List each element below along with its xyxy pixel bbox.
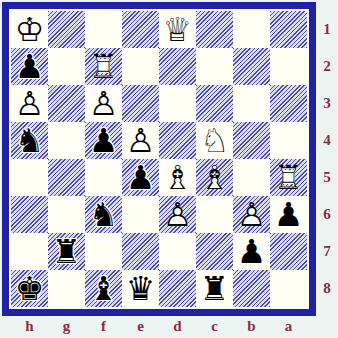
square-h6[interactable]: [11, 196, 48, 233]
rank-label-2: 2: [319, 48, 335, 85]
square-d8[interactable]: [159, 270, 196, 307]
square-b7[interactable]: ♟: [233, 233, 270, 270]
square-d5[interactable]: ♝♗: [159, 159, 196, 196]
square-b4[interactable]: [233, 122, 270, 159]
white-pawn-piece: ♟♙: [161, 197, 194, 233]
square-d6[interactable]: ♟♙: [159, 196, 196, 233]
rank-label-8: 8: [319, 270, 335, 307]
rank-label-6: 6: [319, 196, 335, 233]
square-e7[interactable]: [122, 233, 159, 270]
square-h8[interactable]: ♚: [11, 270, 48, 307]
black-pawn-piece: ♟: [124, 160, 157, 196]
board-frame: ♚♔♛♕♟♜♖♟♙♟♙♞♟♟♙♞♘♟♝♗♝♗♜♖♞♟♙♟♙♟♜♟♚♝♛♜: [2, 2, 316, 316]
square-h4[interactable]: ♞: [11, 122, 48, 159]
square-g5[interactable]: [48, 159, 85, 196]
square-c5[interactable]: ♝♗: [196, 159, 233, 196]
square-c3[interactable]: [196, 85, 233, 122]
white-pawn-piece: ♟♙: [87, 86, 120, 122]
file-label-h: h: [11, 317, 48, 336]
square-e2[interactable]: [122, 48, 159, 85]
rank-label-1: 1: [319, 11, 335, 48]
black-queen-piece: ♛: [124, 271, 157, 307]
square-g1[interactable]: [48, 11, 85, 48]
square-a1[interactable]: [270, 11, 307, 48]
chess-diagram: ♚♔♛♕♟♜♖♟♙♟♙♞♟♟♙♞♘♟♝♗♝♗♜♖♞♟♙♟♙♟♜♟♚♝♛♜ 123…: [0, 0, 338, 338]
square-a3[interactable]: [270, 85, 307, 122]
square-h5[interactable]: [11, 159, 48, 196]
black-pawn-piece: ♟: [87, 123, 120, 159]
white-queen-piece: ♛♕: [161, 12, 194, 48]
black-pawn-piece: ♟: [13, 49, 46, 85]
square-b3[interactable]: [233, 85, 270, 122]
square-h3[interactable]: ♟♙: [11, 85, 48, 122]
file-label-e: e: [122, 317, 159, 336]
rank-label-7: 7: [319, 233, 335, 270]
white-pawn-piece: ♟♙: [13, 86, 46, 122]
square-a7[interactable]: [270, 233, 307, 270]
white-bishop-piece: ♝♗: [198, 160, 231, 196]
white-pawn-piece: ♟♙: [124, 123, 157, 159]
square-b2[interactable]: [233, 48, 270, 85]
square-g7[interactable]: ♜: [48, 233, 85, 270]
black-pawn-piece: ♟: [272, 197, 305, 233]
square-d2[interactable]: [159, 48, 196, 85]
rank-label-4: 4: [319, 122, 335, 159]
square-a2[interactable]: [270, 48, 307, 85]
white-pawn-piece: ♟♙: [235, 197, 268, 233]
rank-labels: 12345678: [319, 11, 335, 307]
square-e5[interactable]: ♟: [122, 159, 159, 196]
white-bishop-piece: ♝♗: [161, 160, 194, 196]
square-e3[interactable]: [122, 85, 159, 122]
file-label-g: g: [48, 317, 85, 336]
black-rook-piece: ♜: [198, 271, 231, 307]
square-h2[interactable]: ♟: [11, 48, 48, 85]
file-label-d: d: [159, 317, 196, 336]
black-rook-piece: ♜: [50, 234, 83, 270]
square-f3[interactable]: ♟♙: [85, 85, 122, 122]
file-label-f: f: [85, 317, 122, 336]
square-g4[interactable]: [48, 122, 85, 159]
square-e1[interactable]: [122, 11, 159, 48]
rank-label-3: 3: [319, 85, 335, 122]
black-knight-piece: ♞: [13, 123, 46, 159]
square-b5[interactable]: [233, 159, 270, 196]
square-a6[interactable]: ♟: [270, 196, 307, 233]
square-h7[interactable]: [11, 233, 48, 270]
white-rook-piece: ♜♖: [87, 49, 120, 85]
board-inner: ♚♔♛♕♟♜♖♟♙♟♙♞♟♟♙♞♘♟♝♗♝♗♜♖♞♟♙♟♙♟♜♟♚♝♛♜: [9, 9, 309, 309]
square-g8[interactable]: [48, 270, 85, 307]
square-a4[interactable]: [270, 122, 307, 159]
square-d7[interactable]: [159, 233, 196, 270]
rank-label-5: 5: [319, 159, 335, 196]
square-f5[interactable]: [85, 159, 122, 196]
square-g3[interactable]: [48, 85, 85, 122]
square-h1[interactable]: ♚♔: [11, 11, 48, 48]
square-c2[interactable]: [196, 48, 233, 85]
square-f6[interactable]: ♞: [85, 196, 122, 233]
square-d4[interactable]: [159, 122, 196, 159]
square-b1[interactable]: [233, 11, 270, 48]
square-b8[interactable]: [233, 270, 270, 307]
square-a8[interactable]: [270, 270, 307, 307]
white-king-piece: ♚♔: [13, 12, 46, 48]
square-d3[interactable]: [159, 85, 196, 122]
square-f7[interactable]: [85, 233, 122, 270]
square-e4[interactable]: ♟♙: [122, 122, 159, 159]
black-pawn-piece: ♟: [235, 234, 268, 270]
board: ♚♔♛♕♟♜♖♟♙♟♙♞♟♟♙♞♘♟♝♗♝♗♜♖♞♟♙♟♙♟♜♟♚♝♛♜: [11, 11, 307, 307]
black-knight-piece: ♞: [87, 197, 120, 233]
square-c1[interactable]: [196, 11, 233, 48]
file-labels: hgfedcba: [11, 317, 307, 336]
square-e8[interactable]: ♛: [122, 270, 159, 307]
square-c8[interactable]: ♜: [196, 270, 233, 307]
file-label-b: b: [233, 317, 270, 336]
square-f8[interactable]: ♝: [85, 270, 122, 307]
square-d1[interactable]: ♛♕: [159, 11, 196, 48]
square-c7[interactable]: [196, 233, 233, 270]
square-b6[interactable]: ♟♙: [233, 196, 270, 233]
square-g2[interactable]: [48, 48, 85, 85]
square-f1[interactable]: [85, 11, 122, 48]
file-label-c: c: [196, 317, 233, 336]
square-a5[interactable]: ♜♖: [270, 159, 307, 196]
white-knight-piece: ♞♘: [198, 123, 231, 159]
square-g6[interactable]: [48, 196, 85, 233]
square-f2[interactable]: ♜♖: [85, 48, 122, 85]
square-f4[interactable]: ♟: [85, 122, 122, 159]
square-c4[interactable]: ♞♘: [196, 122, 233, 159]
black-king-piece: ♚: [13, 271, 46, 307]
square-e6[interactable]: [122, 196, 159, 233]
square-c6[interactable]: [196, 196, 233, 233]
white-rook-piece: ♜♖: [272, 160, 305, 196]
file-label-a: a: [270, 317, 307, 336]
black-bishop-piece: ♝: [87, 271, 120, 307]
